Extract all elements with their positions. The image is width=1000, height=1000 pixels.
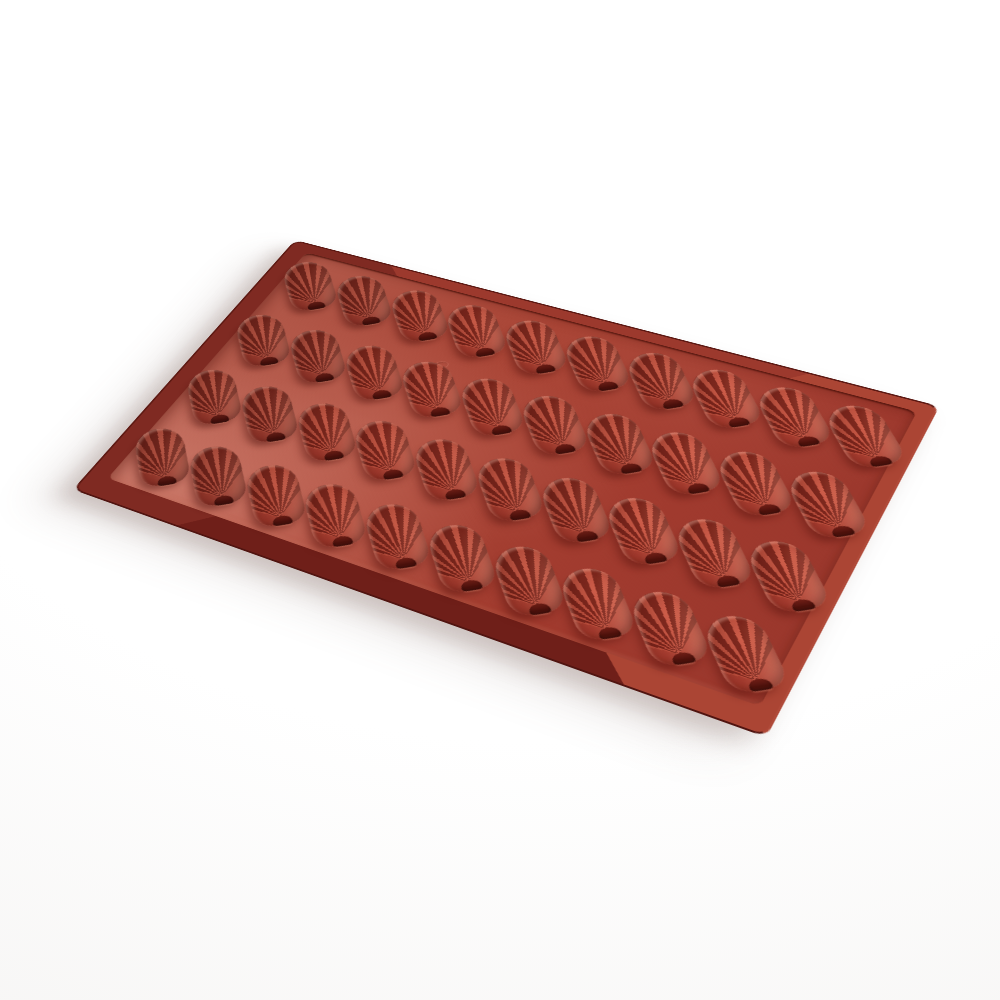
- madeleine-cavity: [133, 425, 192, 489]
- madeleine-cavity: [517, 392, 592, 457]
- madeleine-cavity: [361, 500, 433, 571]
- madeleine-cavity: [751, 383, 836, 449]
- madeleine-cavity: [698, 612, 791, 694]
- madeleine-cavity: [456, 375, 527, 438]
- madeleine-cavity: [621, 349, 699, 411]
- madeleine-cavity: [443, 302, 511, 360]
- madeleine-cavity: [601, 494, 684, 567]
- madeleine-cavity: [423, 521, 499, 594]
- madeleine-cavity: [781, 467, 872, 539]
- madeleine-cavity: [560, 333, 634, 394]
- mold-grid: [108, 252, 918, 706]
- madeleine-cavity: [398, 358, 466, 419]
- madeleine-cavity: [712, 447, 798, 517]
- madeleine-cavity: [555, 565, 639, 642]
- madeleine-cavity: [488, 542, 568, 617]
- madeleine-cavity: [471, 455, 546, 524]
- madeleine-cavity: [685, 366, 766, 430]
- madeleine-cavity: [819, 401, 908, 469]
- madeleine-cavity: [625, 588, 714, 668]
- mold-floor: [108, 252, 918, 706]
- madeleine-cavity: [500, 317, 571, 376]
- madeleine-mold-tray: [73, 240, 940, 737]
- madeleine-cavity: [579, 410, 657, 476]
- madeleine-cavity: [741, 537, 833, 614]
- madeleine-cavity: [301, 481, 370, 550]
- madeleine-cavity: [410, 436, 482, 503]
- madeleine-cavity: [238, 383, 300, 445]
- product-photo-background: [0, 0, 1000, 1000]
- madeleine-cavity: [234, 311, 293, 368]
- madeleine-cavity: [185, 367, 244, 427]
- madeleine-cavity: [535, 474, 614, 545]
- madeleine-cavity: [351, 418, 419, 483]
- madeleine-cavity: [644, 428, 726, 496]
- madeleine-cavity: [670, 515, 757, 590]
- madeleine-cavity: [187, 443, 249, 508]
